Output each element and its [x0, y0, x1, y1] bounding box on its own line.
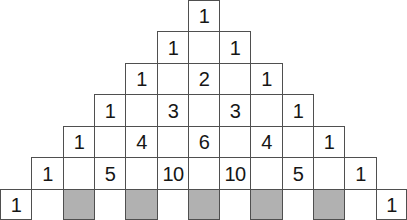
- number-cell-r6c4: 5: [94, 157, 126, 190]
- number-cell-r6c6: 10: [157, 157, 189, 190]
- cell-value: 1: [74, 132, 85, 152]
- empty-cell-r5c8: [219, 126, 251, 158]
- number-cell-r3c5: 1: [125, 63, 158, 95]
- cell-value: 4: [136, 132, 147, 152]
- cell-value: 5: [293, 164, 304, 184]
- number-cell-r4c8: 3: [219, 94, 251, 127]
- pascals-triangle-diagram: 1111211331146411510105111: [0, 0, 407, 220]
- cell-value: 5: [105, 164, 116, 184]
- hidden-cell-r7c3: [63, 189, 95, 220]
- cell-value: 1: [230, 38, 241, 58]
- number-cell-r6c10: 5: [282, 157, 314, 190]
- empty-cell-r6c7: [188, 157, 220, 190]
- number-cell-r5c3: 1: [63, 126, 95, 158]
- number-cell-r5c5: 4: [125, 126, 158, 158]
- empty-cell-r4c9: [250, 94, 283, 127]
- number-cell-r5c9: 4: [250, 126, 283, 158]
- empty-cell-r4c7: [188, 94, 220, 127]
- empty-cell-r7c8: [219, 189, 251, 220]
- number-cell-r7c1: 1: [0, 189, 32, 220]
- hidden-cell-r7c7: [188, 189, 220, 220]
- cell-value: 10: [162, 164, 183, 184]
- empty-cell-r5c10: [282, 126, 314, 158]
- empty-cell-r2c7: [188, 31, 220, 64]
- cell-value: 1: [42, 164, 53, 184]
- hidden-cell-r7c5: [125, 189, 158, 220]
- number-cell-r4c4: 1: [94, 94, 126, 127]
- empty-cell-r5c4: [94, 126, 126, 158]
- empty-cell-r3c8: [219, 63, 251, 95]
- number-cell-r4c10: 1: [282, 94, 314, 127]
- cell-value: 3: [168, 101, 179, 121]
- number-cell-r3c7: 2: [188, 63, 220, 95]
- cell-value: 1: [136, 69, 147, 89]
- cell-value: 4: [261, 132, 272, 152]
- number-cell-r2c8: 1: [219, 31, 251, 64]
- empty-cell-r6c5: [125, 157, 158, 190]
- empty-cell-r4c5: [125, 94, 158, 127]
- cell-value: 1: [261, 69, 272, 89]
- number-cell-r1c7: 1: [188, 0, 220, 32]
- number-cell-r6c8: 10: [219, 157, 251, 190]
- cell-value: 6: [199, 132, 210, 152]
- number-cell-r5c11: 1: [313, 126, 345, 158]
- number-cell-r7c13: 1: [376, 189, 407, 220]
- number-cell-r2c6: 1: [157, 31, 189, 64]
- empty-cell-r7c4: [94, 189, 126, 220]
- empty-cell-r7c12: [344, 189, 377, 220]
- cell-value: 1: [386, 195, 397, 215]
- number-cell-r6c12: 1: [344, 157, 377, 190]
- cell-value: 1: [168, 38, 179, 58]
- cell-value: 3: [230, 101, 241, 121]
- cell-value: 1: [105, 101, 116, 121]
- empty-cell-r6c3: [63, 157, 95, 190]
- hidden-cell-r7c9: [250, 189, 283, 220]
- number-cell-r4c6: 3: [157, 94, 189, 127]
- number-cell-r5c7: 6: [188, 126, 220, 158]
- empty-cell-r5c6: [157, 126, 189, 158]
- cell-value: 1: [324, 132, 335, 152]
- cell-value: 1: [355, 164, 366, 184]
- empty-cell-r7c2: [31, 189, 64, 220]
- cell-value: 1: [11, 195, 22, 215]
- empty-cell-r7c6: [157, 189, 189, 220]
- cell-value: 1: [199, 6, 210, 26]
- cell-value: 1: [293, 101, 304, 121]
- hidden-cell-r7c11: [313, 189, 345, 220]
- number-cell-r3c9: 1: [250, 63, 283, 95]
- number-cell-r6c2: 1: [31, 157, 64, 190]
- empty-cell-r7c10: [282, 189, 314, 220]
- empty-cell-r6c9: [250, 157, 283, 190]
- cell-value: 2: [199, 69, 210, 89]
- empty-cell-r6c11: [313, 157, 345, 190]
- pascals-triangle-board: 1111211331146411510105111: [0, 0, 407, 220]
- empty-cell-r3c6: [157, 63, 189, 95]
- cell-value: 10: [224, 164, 245, 184]
